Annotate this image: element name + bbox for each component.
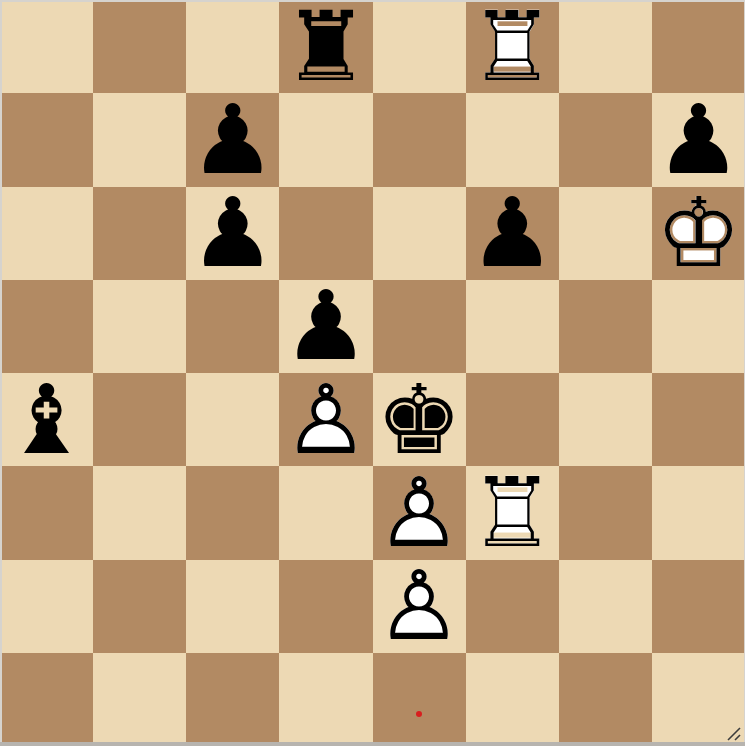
square-g2[interactable] (559, 560, 652, 653)
square-f7[interactable] (466, 93, 559, 186)
square-e2[interactable]: ♟♙ (373, 560, 466, 653)
piece-white-pawn[interactable]: ♙ (373, 560, 466, 653)
square-h3[interactable] (652, 466, 745, 559)
square-b2[interactable] (93, 560, 186, 653)
square-b1[interactable] (93, 653, 186, 746)
square-e4[interactable]: ♚ (373, 373, 466, 466)
piece-black-king[interactable]: ♚ (373, 373, 466, 466)
square-e3[interactable]: ♟♙ (373, 466, 466, 559)
square-h8[interactable] (652, 0, 745, 93)
square-c3[interactable] (186, 466, 279, 559)
square-e6[interactable] (373, 187, 466, 280)
square-a6[interactable] (0, 187, 93, 280)
square-c8[interactable] (186, 0, 279, 93)
square-c1[interactable] (186, 653, 279, 746)
square-b5[interactable] (93, 280, 186, 373)
square-f2[interactable] (466, 560, 559, 653)
piece-black-pawn[interactable]: ♟ (466, 187, 559, 280)
square-c7[interactable]: ♟ (186, 93, 279, 186)
square-b3[interactable] (93, 466, 186, 559)
square-d7[interactable] (279, 93, 372, 186)
piece-black-pawn[interactable]: ♟ (186, 93, 279, 186)
square-e7[interactable] (373, 93, 466, 186)
piece-black-bishop[interactable]: ♝ (0, 373, 93, 466)
piece-black-pawn[interactable]: ♟ (186, 187, 279, 280)
square-h7[interactable]: ♟ (652, 93, 745, 186)
window-left-edge (0, 0, 2, 746)
square-b7[interactable] (93, 93, 186, 186)
square-a5[interactable] (0, 280, 93, 373)
square-g3[interactable] (559, 466, 652, 559)
square-e8[interactable] (373, 0, 466, 93)
piece-black-rook[interactable]: ♜ (279, 0, 372, 93)
square-g7[interactable] (559, 93, 652, 186)
piece-white-pawn[interactable]: ♙ (373, 466, 466, 559)
square-f1[interactable] (466, 653, 559, 746)
square-c5[interactable] (186, 280, 279, 373)
square-g4[interactable] (559, 373, 652, 466)
square-g1[interactable] (559, 653, 652, 746)
square-b8[interactable] (93, 0, 186, 93)
chess-window: ♜♜♖♟♟♟♟♚♔♟♝♟♙♚♟♙♜♖♟♙ (0, 0, 745, 746)
square-c6[interactable]: ♟ (186, 187, 279, 280)
square-a7[interactable] (0, 93, 93, 186)
square-g8[interactable] (559, 0, 652, 93)
square-d1[interactable] (279, 653, 372, 746)
marker-dot (416, 711, 422, 717)
square-f3[interactable]: ♜♖ (466, 466, 559, 559)
chess-board[interactable]: ♜♜♖♟♟♟♟♚♔♟♝♟♙♚♟♙♜♖♟♙ (0, 0, 745, 746)
square-c2[interactable] (186, 560, 279, 653)
piece-white-rook[interactable]: ♖ (466, 0, 559, 93)
square-a4[interactable]: ♝ (0, 373, 93, 466)
square-a3[interactable] (0, 466, 93, 559)
square-f4[interactable] (466, 373, 559, 466)
piece-white-king[interactable]: ♔ (652, 187, 745, 280)
piece-white-rook[interactable]: ♖ (466, 466, 559, 559)
square-f8[interactable]: ♜♖ (466, 0, 559, 93)
square-d6[interactable] (279, 187, 372, 280)
window-top-edge (0, 0, 745, 2)
square-e5[interactable] (373, 280, 466, 373)
resize-grip-icon[interactable] (725, 726, 743, 742)
square-d4[interactable]: ♟♙ (279, 373, 372, 466)
square-h5[interactable] (652, 280, 745, 373)
square-h4[interactable] (652, 373, 745, 466)
square-h6[interactable]: ♚♔ (652, 187, 745, 280)
square-d5[interactable]: ♟ (279, 280, 372, 373)
square-a8[interactable] (0, 0, 93, 93)
piece-white-pawn[interactable]: ♙ (279, 373, 372, 466)
square-b6[interactable] (93, 187, 186, 280)
square-e1[interactable] (373, 653, 466, 746)
piece-black-pawn[interactable]: ♟ (279, 280, 372, 373)
square-f5[interactable] (466, 280, 559, 373)
piece-black-pawn[interactable]: ♟ (652, 93, 745, 186)
square-g6[interactable] (559, 187, 652, 280)
square-h2[interactable] (652, 560, 745, 653)
square-f6[interactable]: ♟ (466, 187, 559, 280)
square-c4[interactable] (186, 373, 279, 466)
square-d8[interactable]: ♜ (279, 0, 372, 93)
square-a2[interactable] (0, 560, 93, 653)
square-g5[interactable] (559, 280, 652, 373)
window-bottom-edge (0, 742, 745, 746)
square-d3[interactable] (279, 466, 372, 559)
square-d2[interactable] (279, 560, 372, 653)
square-b4[interactable] (93, 373, 186, 466)
square-a1[interactable] (0, 653, 93, 746)
